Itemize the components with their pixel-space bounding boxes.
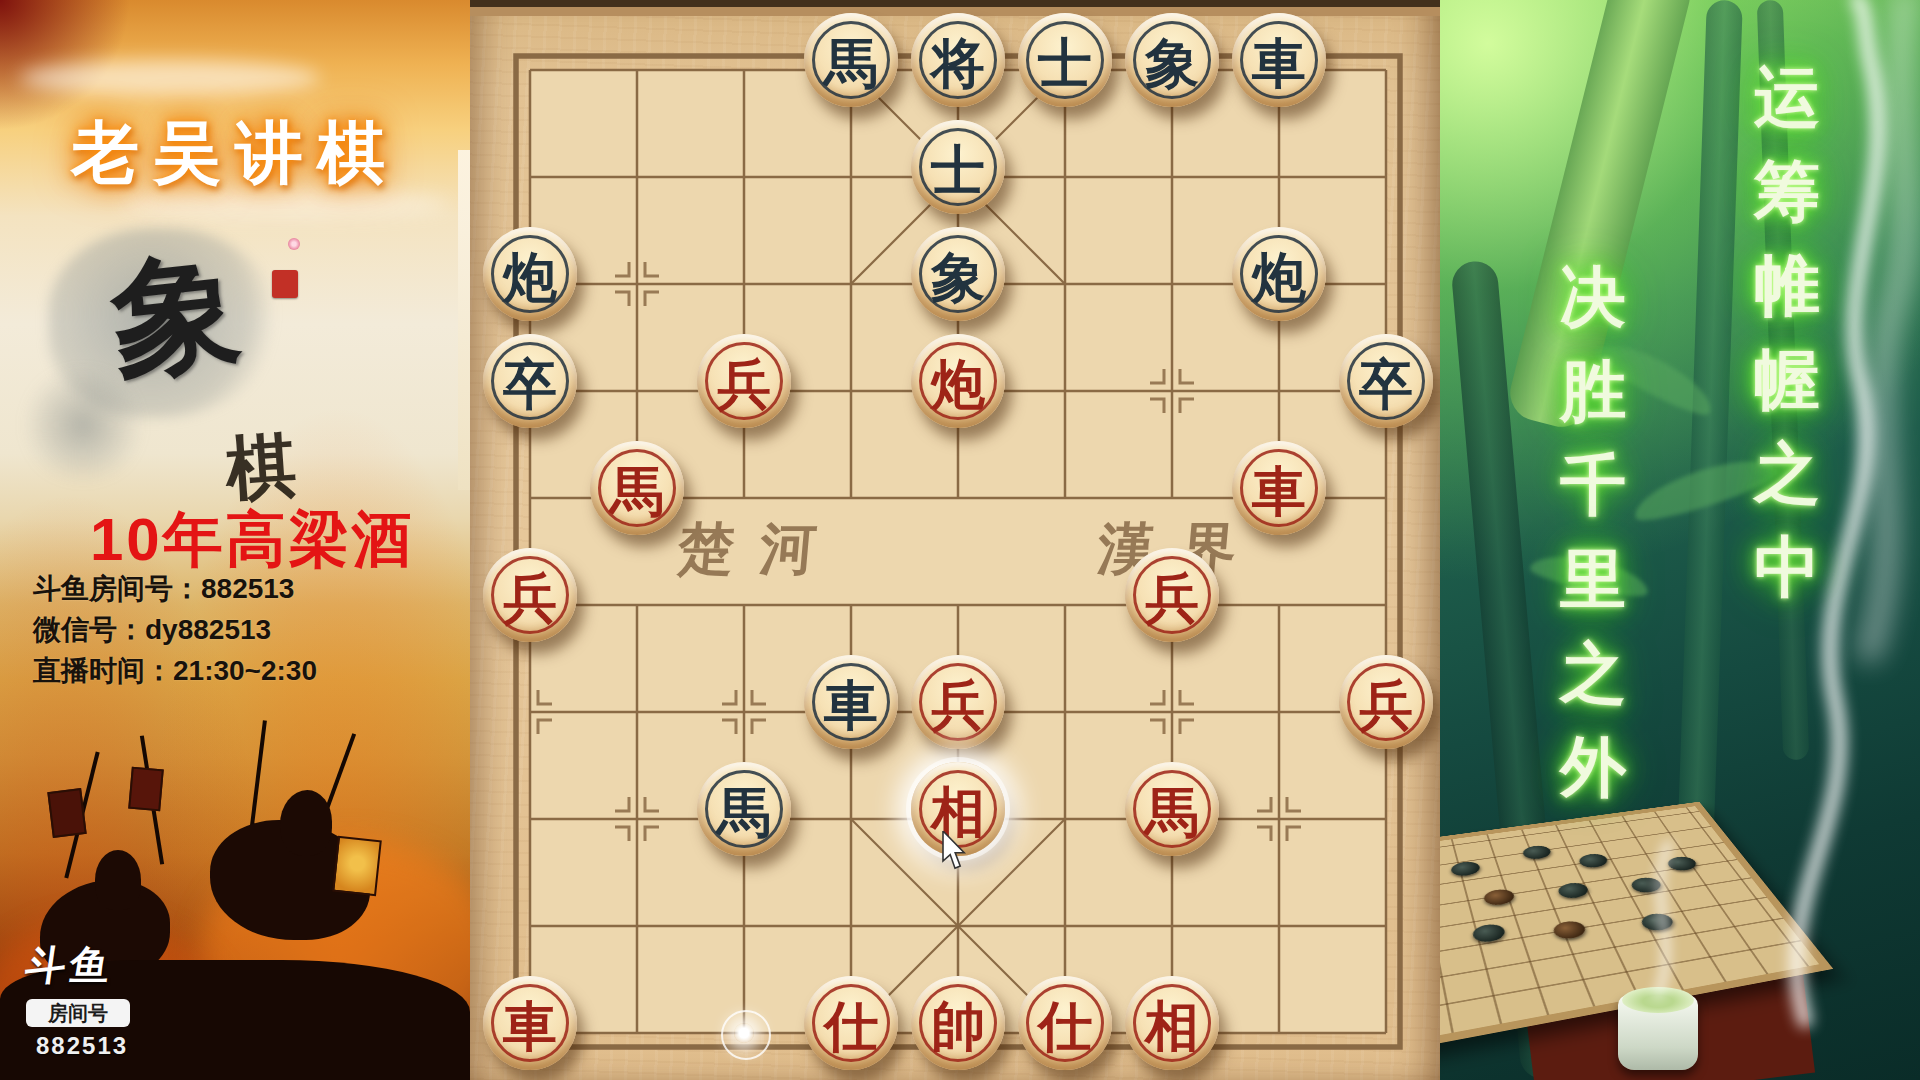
piece-glyph: 卒 [483, 338, 577, 432]
piece-glyph: 炮 [911, 338, 1005, 432]
red-seal-stamp [272, 270, 298, 298]
piece-glyph: 兵 [697, 338, 791, 432]
piece-glyph: 車 [1232, 17, 1326, 111]
flag-silhouette [47, 788, 86, 838]
piece-black-士[interactable]: 士 [1018, 13, 1112, 107]
piece-glyph: 炮 [483, 231, 577, 325]
right-banner: 运筹帷幄之中 决胜千里之外 [1440, 0, 1920, 1080]
slogan-char: 胜 [1546, 344, 1640, 438]
cloud-decoration [20, 60, 320, 96]
piece-red-兵[interactable]: 兵 [911, 655, 1005, 749]
piece-glyph: 兵 [1339, 659, 1433, 753]
piece-glyph: 兵 [483, 552, 577, 646]
piece-black-炮[interactable]: 炮 [1232, 227, 1326, 321]
piece-red-兵[interactable]: 兵 [697, 334, 791, 428]
piece-black-馬[interactable]: 馬 [804, 13, 898, 107]
incense-smoke [1440, 0, 1920, 1080]
panel-edge [458, 150, 470, 490]
piece-black-炮[interactable]: 炮 [483, 227, 577, 321]
river-text-chu-he: 楚河 [675, 512, 846, 588]
piece-glyph: 象 [911, 231, 1005, 325]
room-info-block: 斗鱼房间号：882513 微信号：dy882513 直播时间：21:30~2:3… [33, 568, 463, 691]
room-info-line: 直播时间：21:30~2:30 [33, 650, 463, 691]
piece-red-炮[interactable]: 炮 [911, 334, 1005, 428]
slogan-char: 幄 [1740, 332, 1834, 426]
mouse-cursor [941, 831, 971, 877]
piece-black-車[interactable]: 車 [804, 655, 898, 749]
room-number: 882513 [36, 1032, 130, 1060]
slogan-char: 之 [1740, 426, 1834, 520]
piece-glyph: 馬 [804, 17, 898, 111]
piece-glyph: 兵 [911, 659, 1005, 753]
douyu-logo: 斗鱼 房间号 882513 [26, 938, 130, 1060]
piece-glyph: 馬 [697, 766, 791, 860]
slogan-char: 之 [1546, 626, 1640, 720]
piece-red-兵[interactable]: 兵 [1339, 655, 1433, 749]
piece-red-仕[interactable]: 仕 [1018, 976, 1112, 1070]
piece-black-将[interactable]: 将 [911, 13, 1005, 107]
slogan-char: 运 [1740, 50, 1834, 144]
room-info-line: 斗鱼房间号：882513 [33, 568, 463, 609]
calligraphy-qi: 棋 [224, 430, 299, 505]
piece-glyph: 車 [804, 659, 898, 753]
piece-glyph: 馬 [1125, 766, 1219, 860]
piece-glyph: 仕 [804, 980, 898, 1074]
piece-black-卒[interactable]: 卒 [483, 334, 577, 428]
piece-black-馬[interactable]: 馬 [697, 762, 791, 856]
calligraphy-xiang: 象 [106, 244, 247, 385]
slogan-char: 帷 [1740, 238, 1834, 332]
slogan-column-left: 决胜千里之外 [1546, 250, 1640, 814]
piece-glyph: 仕 [1018, 980, 1112, 1074]
slogan-char: 里 [1546, 532, 1640, 626]
piece-glyph: 帥 [911, 980, 1005, 1074]
gold-flag [332, 836, 382, 896]
flower-decoration [288, 238, 300, 250]
piece-glyph: 炮 [1232, 231, 1326, 325]
piece-red-帥[interactable]: 帥 [911, 976, 1005, 1070]
slogan-char: 决 [1546, 250, 1640, 344]
slogan-char: 中 [1740, 520, 1834, 614]
piece-red-兵[interactable]: 兵 [1125, 548, 1219, 642]
piece-red-兵[interactable]: 兵 [483, 548, 577, 642]
piece-red-仕[interactable]: 仕 [804, 976, 898, 1070]
piece-red-馬[interactable]: 馬 [590, 441, 684, 535]
flag-silhouette [128, 767, 164, 812]
piece-glyph: 士 [1018, 17, 1112, 111]
piece-glyph: 馬 [590, 445, 684, 539]
piece-glyph: 車 [483, 980, 577, 1074]
piece-glyph: 象 [1125, 17, 1219, 111]
slogan-char: 千 [1546, 438, 1640, 532]
piece-glyph: 車 [1232, 445, 1326, 539]
piece-red-相[interactable]: 相 [1125, 976, 1219, 1070]
piece-red-馬[interactable]: 馬 [1125, 762, 1219, 856]
room-label-badge: 房间号 [26, 999, 130, 1027]
slogan-char: 外 [1546, 720, 1640, 814]
piece-black-象[interactable]: 象 [1125, 13, 1219, 107]
left-banner: 老吴讲棋 象 棋 10年高梁酒 斗鱼房间号：882513 微信号：dy88251… [0, 0, 470, 1080]
slogan-char: 筹 [1740, 144, 1834, 238]
xiangqi-board: 楚河 漢界 馬将士象車士炮象炮卒兵炮卒馬車兵兵車兵兵馬相馬車仕帥仕相 [470, 0, 1440, 1080]
piece-red-車[interactable]: 車 [483, 976, 577, 1070]
slogan-column-right: 运筹帷幄之中 [1740, 50, 1834, 614]
piece-glyph: 相 [1125, 980, 1219, 1074]
piece-black-車[interactable]: 車 [1232, 13, 1326, 107]
douyu-brand-text: 斗鱼 [22, 938, 134, 993]
screen: 老吴讲棋 象 棋 10年高梁酒 斗鱼房间号：882513 微信号：dy88251… [0, 0, 1920, 1080]
piece-red-車[interactable]: 車 [1232, 441, 1326, 535]
piece-black-卒[interactable]: 卒 [1339, 334, 1433, 428]
horse-rider-silhouette [95, 850, 141, 910]
piece-glyph: 卒 [1339, 338, 1433, 432]
last-move-marker-dot [734, 1023, 754, 1043]
piece-glyph: 将 [911, 17, 1005, 111]
room-info-line: 微信号：dy882513 [33, 609, 463, 650]
piece-glyph: 士 [911, 124, 1005, 218]
piece-glyph: 兵 [1125, 552, 1219, 646]
piece-black-士[interactable]: 士 [911, 120, 1005, 214]
channel-title: 老吴讲棋 [30, 108, 440, 199]
piece-black-象[interactable]: 象 [911, 227, 1005, 321]
horse-rider-silhouette [280, 790, 332, 856]
